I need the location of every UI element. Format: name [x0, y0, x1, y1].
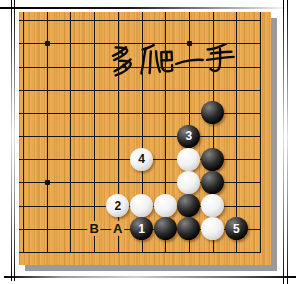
grid-hline [19, 20, 261, 21]
char-duo [113, 47, 132, 75]
frame-line-right-inner [283, 0, 284, 284]
letter-mark-a: A [111, 221, 124, 236]
star-point [187, 41, 192, 46]
stone-white [154, 194, 177, 217]
stone-black [201, 101, 224, 124]
stone-black-move-3: 3 [177, 125, 200, 148]
stone-black-move-1: 1 [130, 217, 153, 240]
stone-white [177, 148, 200, 171]
grid-hline [19, 252, 261, 253]
stone-black [177, 217, 200, 240]
go-board: 多爬一手 [19, 12, 271, 265]
grid-hline [19, 113, 261, 114]
grid-vline [260, 12, 261, 253]
stone-black [154, 217, 177, 240]
frame-line-bottom [4, 276, 296, 278]
letter-mark-b: B [87, 221, 100, 236]
frame-line-left-inner [14, 0, 15, 281]
stone-black [201, 148, 224, 171]
stone-white [177, 171, 200, 194]
stone-black-move-5: 5 [225, 217, 248, 240]
grid-hline [19, 67, 261, 68]
stone-white [201, 194, 224, 217]
grid-hline [19, 90, 261, 91]
star-point [45, 41, 50, 46]
stone-white-move-4: 4 [130, 148, 153, 171]
frame-line-right-outer [287, 0, 288, 284]
stone-white [130, 194, 153, 217]
char-pa [140, 45, 172, 74]
stone-black [177, 194, 200, 217]
grid-vline [47, 12, 48, 253]
stone-black [201, 171, 224, 194]
title-calligraphy [109, 43, 239, 81]
stone-white-move-2: 2 [106, 194, 129, 217]
grid-vline [70, 12, 71, 253]
grid-hline [19, 182, 261, 183]
frame-line-top [0, 7, 290, 9]
grid-hline [19, 136, 261, 137]
grid-vline [23, 12, 24, 253]
grid-hline [19, 43, 261, 44]
grid-vline [94, 12, 95, 253]
go-diagram-page: 多爬一手 [0, 0, 296, 284]
star-point [45, 180, 50, 185]
stone-white [201, 217, 224, 240]
frame-line-left-outer [11, 0, 12, 281]
